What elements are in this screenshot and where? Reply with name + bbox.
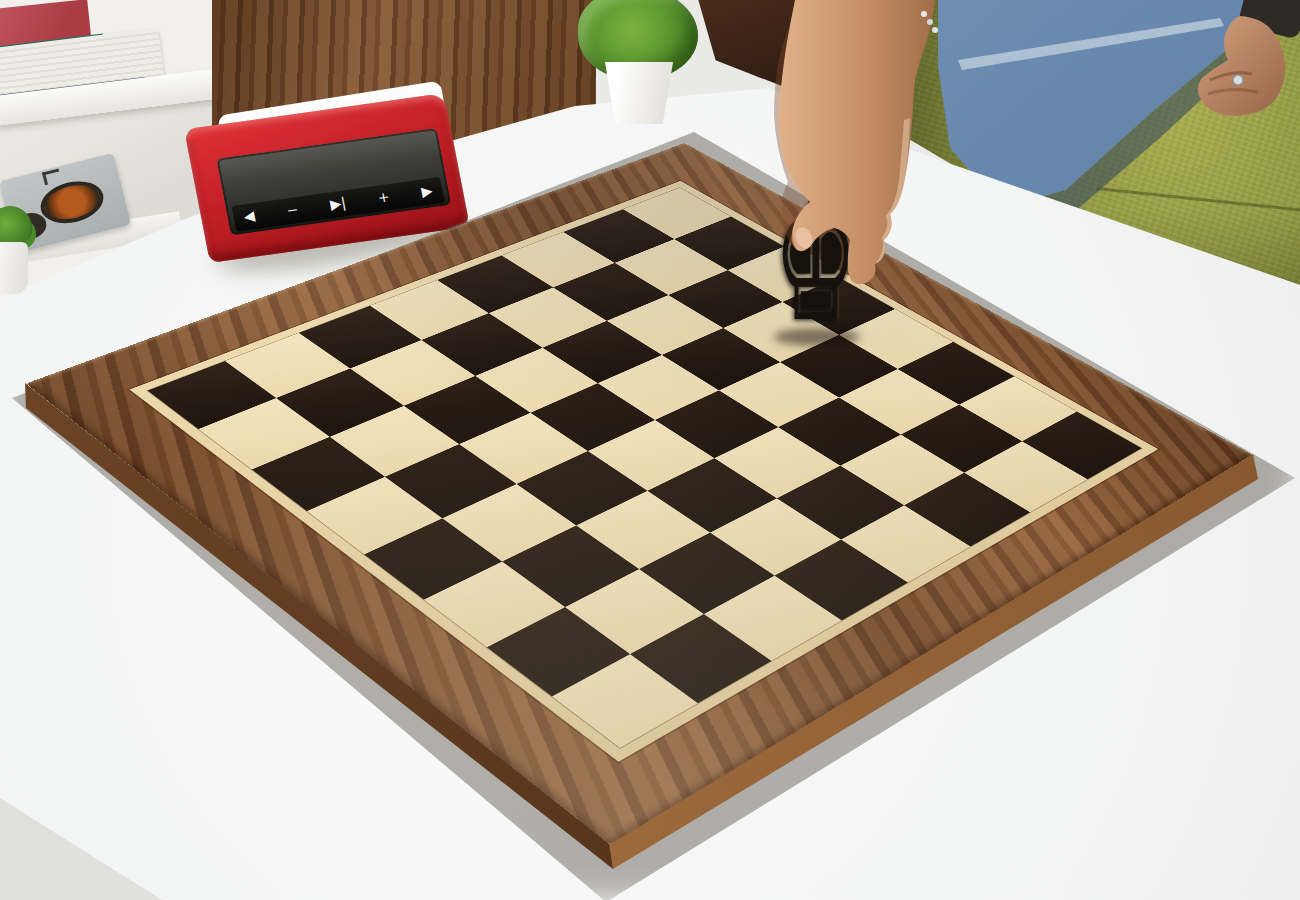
- potted-plant: [572, 0, 712, 134]
- ring-icon: [1233, 75, 1243, 85]
- reaching-hand: [700, 0, 960, 360]
- clock-button-4[interactable]: ▶: [420, 183, 433, 198]
- stove-marking: [42, 169, 62, 186]
- potted-plant-pot: [602, 62, 676, 124]
- clock-button-3[interactable]: +: [376, 189, 390, 204]
- photo-scene: ◀−▶|+▶ ♚: [0, 0, 1300, 900]
- clock-button-0[interactable]: ◀: [243, 208, 256, 223]
- small-plant: [0, 206, 38, 298]
- resting-hand: [1180, 0, 1300, 150]
- small-plant-pot: [0, 242, 28, 294]
- hand-shape: [1198, 16, 1285, 116]
- clock-button-2[interactable]: ▶|: [329, 195, 347, 211]
- clock-button-1[interactable]: −: [285, 202, 299, 217]
